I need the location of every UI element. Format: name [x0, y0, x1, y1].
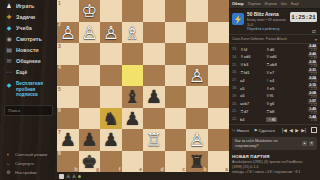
news-icon: ▤: [5, 47, 13, 53]
sidebar-item-more[interactable]: ⋯Ещё: [0, 66, 57, 77]
player-bar: ♙ ♙: [57, 172, 231, 180]
game-panel: ОбзорПартииИгрокиЧатЕщё 50 Blitz Arena Б…: [229, 0, 320, 180]
square-c5[interactable]: [165, 86, 187, 108]
file-label: d: [160, 167, 163, 172]
square-f7[interactable]: ♟: [100, 129, 122, 151]
file-label: e: [139, 167, 142, 172]
footer-collapse[interactable]: ←Свернуть: [5, 159, 57, 168]
rank-label: 6: [58, 108, 61, 113]
move-row: 22.b4♘f61:441:36: [229, 115, 320, 123]
move-navigation: |◀◀▶▶|: [282, 128, 306, 133]
file-label: f: [119, 167, 121, 172]
file-label: g: [96, 167, 99, 172]
square-a8[interactable]: a: [208, 151, 230, 173]
resign-button[interactable]: ⚑ Сдаться: [254, 128, 275, 133]
white-move[interactable]: ♕b3: [240, 62, 266, 67]
square-b7[interactable]: ♙: [186, 129, 208, 151]
black-move[interactable]: ♕g6: [266, 101, 292, 106]
square-h2[interactable]: ♙2: [57, 22, 79, 44]
share-flip-icon[interactable]: ⇄: [312, 29, 316, 34]
square-h7[interactable]: ♟7: [57, 129, 79, 151]
white-piece-k: ♔: [79, 0, 101, 22]
trial-subscription-link[interactable]: ◆ Бесплатная пробная подписка: [0, 77, 57, 101]
square-c3[interactable]: [165, 43, 187, 65]
square-c4[interactable]: [165, 65, 187, 87]
square-g1[interactable]: ♔: [79, 0, 101, 22]
game-controls: ½ Ничья ⚑ Сдаться |◀◀▶▶|: [229, 124, 320, 135]
square-h4[interactable]: 4: [57, 65, 79, 87]
black-move[interactable]: ♗e5: [266, 86, 292, 91]
sidebar: ♟Играть✚Задачи◆Учеба◉Смотреть▤Новости✉Об…: [0, 0, 57, 180]
captured-pieces: ♙ ♙: [66, 174, 76, 179]
white-move[interactable]: a6: [240, 93, 266, 98]
sidebar-footer: ◐Светлый режим←Свернуть⚙Настройки: [0, 149, 57, 180]
opening-row[interactable]: Caro-Kann Defense: Panov Attack ▾: [229, 35, 320, 44]
sidebar-item-social[interactable]: ✉Общение: [0, 55, 57, 66]
thumbs-up-icon[interactable]: ▲: [302, 141, 307, 146]
square-e4[interactable]: [122, 65, 144, 87]
white-move[interactable]: ♗f4: [240, 47, 266, 52]
search-placeholder: Поиск: [8, 108, 20, 113]
tournament-subtitle: Блиц темп • 39 игроков: [247, 18, 288, 23]
black-piece-p: ♟: [143, 86, 165, 108]
white-piece-p: ♙: [186, 129, 208, 151]
file-label: b: [203, 167, 206, 172]
white-move[interactable]: ♗xd6: [240, 54, 266, 59]
square-f8[interactable]: f: [100, 151, 122, 173]
file-label: c: [182, 167, 185, 172]
white-move[interactable]: a5: [240, 86, 266, 91]
move-row: 17.a4♘e42:242:20: [229, 76, 320, 84]
square-h5[interactable]: 5: [57, 86, 79, 108]
square-h1[interactable]: 1: [57, 0, 79, 22]
square-f5[interactable]: [100, 86, 122, 108]
square-b5[interactable]: [186, 86, 208, 108]
tab-1[interactable]: Обзор: [232, 2, 244, 6]
square-f3[interactable]: [100, 43, 122, 65]
nav-first-icon[interactable]: |◀: [282, 128, 287, 133]
square-g7[interactable]: ♟: [79, 129, 101, 151]
square-g4[interactable]: [79, 65, 101, 87]
trial-label: Бесплатная пробная подписка: [16, 81, 50, 98]
move-row: 15.♕b3♖ab82:362:33: [229, 61, 320, 69]
square-b4[interactable]: ♙: [186, 65, 208, 87]
square-c6[interactable]: [165, 108, 187, 130]
move-row: 13.♗f4♗d62:442:41: [229, 45, 320, 53]
settings-icon: ⚙: [5, 169, 12, 175]
square-b8[interactable]: ♜b: [186, 151, 208, 173]
square-c7[interactable]: [165, 129, 187, 151]
move-row: 21.♖d7♖b81:491:41: [229, 108, 320, 116]
tournament-block[interactable]: 50 Blitz Arena Блиц темп • 39 игроков 3+…: [229, 9, 320, 35]
sidebar-item-pawn[interactable]: ♟Играть: [0, 0, 57, 11]
move-row: 20.axb7♕g61:571:52: [229, 100, 320, 108]
tournament-clock: 1:25:21: [290, 12, 317, 22]
black-piece-p: ♟: [100, 129, 122, 151]
square-g8[interactable]: ♚g: [79, 151, 101, 173]
search-input[interactable]: Поиск: [4, 105, 53, 116]
white-piece-p: ♙: [79, 22, 101, 44]
square-c2[interactable]: [165, 22, 187, 44]
rank-label: 7: [58, 130, 61, 135]
lightning-icon: [232, 13, 244, 25]
chat-message-row: Как за себя Matakonec по спортивному? ▲ …: [232, 137, 317, 150]
square-g3[interactable]: [79, 43, 101, 65]
nav-prev-icon[interactable]: ◀: [289, 128, 293, 133]
move-list: 13.♗f4♗d62:442:4114.♗xd6♕xd62:402:3915.♕…: [229, 44, 320, 124]
puzzle-icon: ✚: [5, 14, 13, 20]
black-piece-p: ♟: [122, 108, 144, 130]
square-a6[interactable]: [208, 108, 230, 130]
new-game-block: НОВАЯ ПАРТИЯ Aniskeljonen (1981) (3) про…: [229, 152, 320, 174]
move-row: 14.♗xd6♕xd62:402:39: [229, 53, 320, 61]
pawn-icon: ♟: [5, 3, 13, 9]
square-f4[interactable]: [100, 65, 122, 87]
move-row: 18.a5♗e52:152:13: [229, 84, 320, 92]
square-h6[interactable]: 6: [57, 108, 79, 130]
move-row: 16.♖fd1♕e72:312:27: [229, 69, 320, 77]
square-a5[interactable]: [208, 86, 230, 108]
social-icon: ✉: [5, 58, 13, 64]
square-e3[interactable]: [122, 43, 144, 65]
black-piece-p: ♟: [79, 129, 101, 151]
square-d6[interactable]: [143, 108, 165, 130]
square-d8[interactable]: d: [143, 151, 165, 173]
rank-label: 1: [58, 1, 61, 6]
square-d1[interactable]: [143, 0, 165, 22]
black-move[interactable]: ♗d6: [266, 47, 292, 52]
black-move[interactable]: ♕f6: [266, 93, 292, 98]
square-e6[interactable]: ♟: [122, 108, 144, 130]
square-f2[interactable]: ♙: [100, 22, 122, 44]
square-e1[interactable]: [122, 0, 144, 22]
rank-label: 5: [58, 87, 61, 92]
footer-theme[interactable]: ◐Светлый режим: [5, 149, 57, 158]
square-d4[interactable]: [143, 65, 165, 87]
square-g5[interactable]: [79, 86, 101, 108]
square-g6[interactable]: [79, 108, 101, 130]
new-game-odds: победа +7.8 / ничья +3.8 / поражение −8.…: [232, 170, 317, 175]
black-move[interactable]: ♖ab8: [266, 62, 292, 67]
white-piece-p: ♙: [186, 65, 208, 87]
white-move[interactable]: ♖d7: [240, 109, 266, 114]
square-d3[interactable]: [143, 43, 165, 65]
square-e5[interactable]: ♝: [122, 86, 144, 108]
black-move[interactable]: ♖b8: [266, 109, 292, 114]
tournament-standings-link[interactable]: Перейти к рейтингу: [247, 27, 288, 32]
black-move[interactable]: ♕xd6: [266, 54, 292, 59]
sidebar-nav: ♟Играть✚Задачи◆Учеба◉Смотреть▤Новости✉Об…: [0, 0, 57, 77]
thumbs-down-icon[interactable]: ▼: [309, 141, 314, 146]
square-a7[interactable]: [208, 129, 230, 151]
square-f1[interactable]: [100, 0, 122, 22]
square-d5[interactable]: ♟: [143, 86, 165, 108]
black-piece-b: ♝: [122, 86, 144, 108]
nav-last-icon[interactable]: ▶|: [301, 128, 306, 133]
white-piece-b: ♗: [122, 22, 144, 44]
white-move[interactable]: ♖fd1: [240, 70, 266, 75]
square-e2[interactable]: ♗: [122, 22, 144, 44]
sidebar-item-news[interactable]: ▤Новости: [0, 44, 57, 55]
draw-button[interactable]: ½ Ничья: [232, 128, 249, 133]
nav-next-icon[interactable]: ▶: [295, 128, 299, 133]
square-a4[interactable]: [208, 65, 230, 87]
white-move[interactable]: a4: [240, 78, 266, 83]
tab-5[interactable]: Ещё: [291, 2, 299, 6]
square-b6[interactable]: [186, 108, 208, 130]
square-d7[interactable]: ♖: [143, 129, 165, 151]
watch-icon: ◉: [5, 36, 13, 42]
square-f6[interactable]: ♞: [100, 108, 122, 130]
white-move[interactable]: b4: [240, 117, 266, 122]
sidebar-item-puzzle[interactable]: ✚Задачи: [0, 11, 57, 22]
diamond-icon: ◆: [5, 81, 13, 98]
panel-tabs: ОбзорПартииИгрокиЧатЕщё: [229, 0, 320, 9]
chess-board[interactable]: 1♔♙2♙♙♗34♙5♝♟6♞♟♟7♟♟♖♙8h♚gfedc♜ba: [57, 0, 229, 172]
move-row: 19.a6♕f62:082:01: [229, 92, 320, 100]
rank-label: 8: [58, 151, 61, 156]
white-move[interactable]: axb7: [240, 101, 266, 106]
opening-name: Caro-Kann Defense: Panov Attack: [232, 37, 315, 41]
square-h8[interactable]: 8h: [57, 151, 79, 173]
black-move[interactable]: ♘e4: [266, 78, 292, 83]
avatar: [59, 174, 64, 179]
square-c1[interactable]: [165, 0, 187, 22]
more-icon: ⋯: [5, 69, 13, 75]
square-d2[interactable]: [143, 22, 165, 44]
expand-icon[interactable]: [311, 127, 317, 133]
rank-label: 3: [58, 44, 61, 49]
sidebar-item-learn[interactable]: ◆Учеба: [0, 22, 57, 33]
square-a2[interactable]: [208, 22, 230, 44]
square-c8[interactable]: c: [165, 151, 187, 173]
rank-label: 2: [58, 22, 61, 27]
square-b1[interactable]: [186, 0, 208, 22]
tab-4[interactable]: Чат: [281, 2, 287, 6]
square-e7[interactable]: [122, 129, 144, 151]
sidebar-item-watch[interactable]: ◉Смотреть: [0, 33, 57, 44]
file-label: h: [74, 167, 77, 172]
black-piece-n: ♞: [100, 108, 122, 130]
square-b3[interactable]: [186, 43, 208, 65]
online-status-dot: [78, 175, 81, 178]
learn-icon: ◆: [5, 25, 13, 31]
rank-label: 4: [58, 65, 61, 70]
square-e8[interactable]: e: [122, 151, 144, 173]
tab-2[interactable]: Партии: [248, 2, 261, 6]
black-move[interactable]: ♕e7: [266, 70, 292, 75]
square-h3[interactable]: 3: [57, 43, 79, 65]
square-g2[interactable]: ♙: [79, 22, 101, 44]
chat-message: Как за себя Matakonec по спортивному?: [235, 139, 300, 148]
footer-settings[interactable]: ⚙Настройки: [5, 168, 57, 177]
theme-icon: ◐: [5, 151, 12, 157]
tab-3[interactable]: Игроки: [265, 2, 277, 6]
chevron-down-icon: ▾: [315, 37, 317, 42]
file-label: a: [225, 167, 228, 172]
square-a3[interactable]: [208, 43, 230, 65]
collapse-icon: ←: [5, 160, 12, 166]
white-piece-r: ♖: [143, 129, 165, 151]
square-b2[interactable]: [186, 22, 208, 44]
square-a1[interactable]: [208, 0, 230, 22]
white-piece-p: ♙: [100, 22, 122, 44]
black-move[interactable]: ♘f6: [266, 117, 277, 122]
